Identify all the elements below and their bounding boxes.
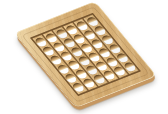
trivet-board — [14, 1, 157, 108]
product-photo — [0, 0, 168, 114]
trivet-lattice — [30, 13, 141, 96]
